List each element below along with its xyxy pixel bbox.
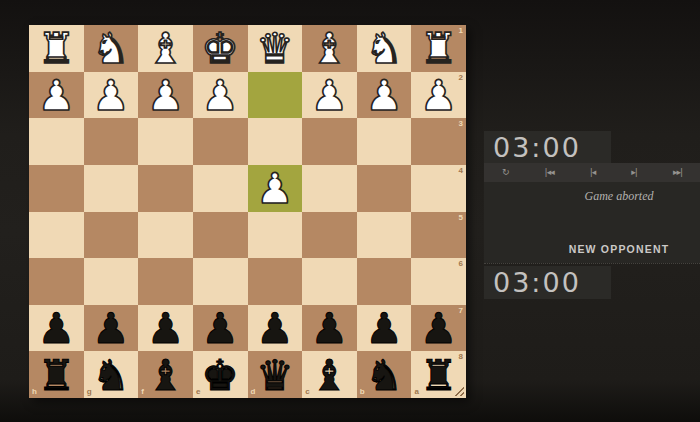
square-g8[interactable]: ♞g	[84, 351, 139, 398]
square-b3[interactable]	[357, 118, 412, 165]
new-opponent-button[interactable]: NEW OPPONENT	[538, 243, 700, 255]
square-d4[interactable]: ♟	[248, 165, 303, 212]
first-move-button[interactable]: |◂◂	[545, 168, 554, 177]
piece-bP[interactable]: ♟	[37, 308, 75, 350]
square-c1[interactable]: ♝	[302, 25, 357, 72]
square-f7[interactable]: ♟	[138, 305, 193, 352]
square-h5[interactable]	[29, 212, 84, 259]
square-g7[interactable]: ♟	[84, 305, 139, 352]
square-g3[interactable]	[84, 118, 139, 165]
bottom-clock: 03:00	[484, 266, 611, 299]
square-e7[interactable]: ♟	[193, 305, 248, 352]
square-b8[interactable]: ♞b	[357, 351, 412, 398]
top-clock-time: 03:00	[493, 132, 581, 163]
square-a8[interactable]: ♜8a	[411, 351, 466, 398]
rank-label-6: 6	[459, 260, 463, 268]
square-d5[interactable]	[248, 212, 303, 259]
square-b6[interactable]	[357, 258, 412, 305]
square-f8[interactable]: ♝f	[138, 351, 193, 398]
square-c7[interactable]: ♟	[302, 305, 357, 352]
square-b5[interactable]	[357, 212, 412, 259]
piece-bN[interactable]: ♞	[365, 355, 403, 397]
square-a2[interactable]: ♟2	[411, 72, 466, 119]
square-c3[interactable]	[302, 118, 357, 165]
piece-wB[interactable]: ♝	[311, 28, 349, 70]
file-label-b: b	[360, 388, 365, 396]
square-e5[interactable]	[193, 212, 248, 259]
piece-bN[interactable]: ♞	[92, 355, 130, 397]
piece-bB[interactable]: ♝	[147, 355, 185, 397]
square-a5[interactable]: 5	[411, 212, 466, 259]
piece-wP[interactable]: ♟	[365, 75, 403, 117]
last-move-button[interactable]: ▸▸|	[673, 168, 682, 177]
flip-board[interactable]: ↻	[502, 168, 509, 177]
square-c8[interactable]: ♝c	[302, 351, 357, 398]
rank-label-5: 5	[459, 214, 463, 222]
square-c4[interactable]	[302, 165, 357, 212]
rank-label-7: 7	[459, 307, 463, 315]
square-h7[interactable]: ♟	[29, 305, 84, 352]
square-g1[interactable]: ♞	[84, 25, 139, 72]
piece-wN[interactable]: ♞	[92, 28, 130, 70]
piece-wR[interactable]: ♜	[420, 28, 458, 70]
piece-bR[interactable]: ♜	[37, 355, 75, 397]
file-label-c: c	[305, 388, 309, 396]
square-e8[interactable]: ♚e	[193, 351, 248, 398]
square-f5[interactable]	[138, 212, 193, 259]
chess-board[interactable]: ♜♞♝♚♛♝♞♜1♟♟♟♟♟♟♟23♟456♟♟♟♟♟♟♟♟7♜h♞g♝f♚e♛…	[29, 25, 466, 398]
square-e1[interactable]: ♚	[193, 25, 248, 72]
square-h8[interactable]: ♜h	[29, 351, 84, 398]
square-f1[interactable]: ♝	[138, 25, 193, 72]
rank-label-3: 3	[459, 120, 463, 128]
square-a1[interactable]: ♜1	[411, 25, 466, 72]
piece-bR[interactable]: ♜	[420, 355, 458, 397]
square-d8[interactable]: ♛d	[248, 351, 303, 398]
rank-label-4: 4	[459, 167, 463, 175]
square-d6[interactable]	[248, 258, 303, 305]
square-h1[interactable]: ♜	[29, 25, 84, 72]
previous-move-button[interactable]: |◂	[590, 168, 596, 177]
bottom-clock-time: 03:00	[493, 267, 581, 298]
square-e3[interactable]	[193, 118, 248, 165]
square-h3[interactable]	[29, 118, 84, 165]
file-label-a: a	[414, 388, 418, 396]
square-g4[interactable]	[84, 165, 139, 212]
piece-wP[interactable]: ♟	[92, 75, 130, 117]
square-b2[interactable]: ♟	[357, 72, 412, 119]
piece-wQ[interactable]: ♛	[256, 28, 294, 70]
top-clock: 03:00	[484, 131, 611, 163]
piece-bP[interactable]: ♟	[256, 308, 294, 350]
piece-bQ[interactable]: ♛	[256, 355, 294, 397]
square-c6[interactable]	[302, 258, 357, 305]
square-b7[interactable]: ♟	[357, 305, 412, 352]
piece-bP[interactable]: ♟	[147, 308, 185, 350]
piece-wP[interactable]: ♟	[147, 75, 185, 117]
bottom-clock-row: 03:00	[484, 263, 700, 299]
piece-bP[interactable]: ♟	[365, 308, 403, 350]
square-d1[interactable]: ♛	[248, 25, 303, 72]
square-a3[interactable]: 3	[411, 118, 466, 165]
piece-bP[interactable]: ♟	[420, 308, 458, 350]
file-label-g: g	[87, 388, 92, 396]
piece-bB[interactable]: ♝	[311, 355, 349, 397]
square-c5[interactable]	[302, 212, 357, 259]
square-f3[interactable]	[138, 118, 193, 165]
game-status-text: Game aborted	[538, 189, 700, 204]
piece-bP[interactable]: ♟	[92, 308, 130, 350]
rank-label-2: 2	[459, 74, 463, 82]
file-label-h: h	[32, 388, 37, 396]
piece-wP[interactable]: ♟	[420, 75, 458, 117]
square-g2[interactable]: ♟	[84, 72, 139, 119]
rank-label-1: 1	[459, 27, 463, 35]
rank-label-8: 8	[459, 353, 463, 361]
square-e6[interactable]	[193, 258, 248, 305]
square-e2[interactable]: ♟	[193, 72, 248, 119]
square-d7[interactable]: ♟	[248, 305, 303, 352]
square-a4[interactable]: 4	[411, 165, 466, 212]
file-label-f: f	[141, 388, 144, 396]
piece-bP[interactable]: ♟	[311, 308, 349, 350]
square-h2[interactable]: ♟	[29, 72, 84, 119]
next-move-button[interactable]: ▸|	[631, 168, 637, 177]
square-a6[interactable]: 6	[411, 258, 466, 305]
file-label-e: e	[196, 388, 200, 396]
piece-bP[interactable]: ♟	[201, 308, 239, 350]
square-d2[interactable]	[248, 72, 303, 119]
game-message-panel: Game aborted NEW OPPONENT	[484, 182, 700, 263]
piece-wK[interactable]: ♚	[201, 28, 239, 70]
square-b1[interactable]: ♞	[357, 25, 412, 72]
replay-control-bar: ↻|◂◂|◂▸|▸▸|	[484, 163, 700, 182]
square-a7[interactable]: ♟7	[411, 305, 466, 352]
square-c2[interactable]: ♟	[302, 72, 357, 119]
square-h6[interactable]	[29, 258, 84, 305]
square-f4[interactable]	[138, 165, 193, 212]
piece-wP[interactable]: ♟	[37, 75, 75, 117]
square-f2[interactable]: ♟	[138, 72, 193, 119]
piece-wP[interactable]: ♟	[311, 75, 349, 117]
file-label-d: d	[251, 388, 256, 396]
square-h4[interactable]	[29, 165, 84, 212]
piece-wN[interactable]: ♞	[365, 28, 403, 70]
square-b4[interactable]	[357, 165, 412, 212]
piece-wP[interactable]: ♟	[256, 168, 294, 210]
piece-wP[interactable]: ♟	[201, 75, 239, 117]
piece-bK[interactable]: ♚	[201, 355, 239, 397]
piece-wR[interactable]: ♜	[37, 28, 75, 70]
square-g6[interactable]	[84, 258, 139, 305]
square-f6[interactable]	[138, 258, 193, 305]
square-d3[interactable]	[248, 118, 303, 165]
game-side-panel: 03:00 ↻|◂◂|◂▸|▸▸| Game aborted NEW OPPON…	[484, 131, 700, 299]
piece-wB[interactable]: ♝	[147, 28, 185, 70]
square-e4[interactable]	[193, 165, 248, 212]
square-g5[interactable]	[84, 212, 139, 259]
